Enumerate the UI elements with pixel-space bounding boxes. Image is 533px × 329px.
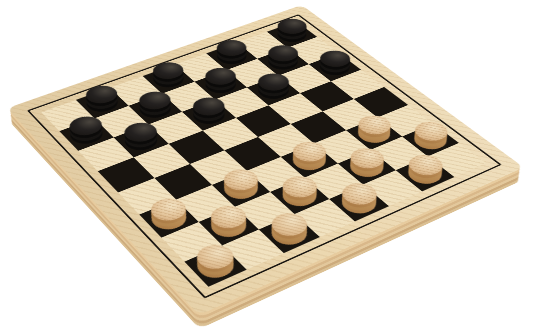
black-checker-piece[interactable]: [262, 50, 303, 72]
wood-checker-piece[interactable]: [205, 210, 253, 241]
black-checker-piece[interactable]: [314, 56, 356, 79]
black-checker-piece[interactable]: [65, 121, 108, 147]
wood-checker-piece[interactable]: [408, 127, 453, 153]
black-checker-piece[interactable]: [252, 79, 294, 103]
black-checker-piece[interactable]: [272, 24, 312, 45]
black-checker-piece[interactable]: [187, 102, 230, 127]
wood-checker-piece[interactable]: [276, 181, 323, 210]
checkers-board: [7, 5, 524, 315]
wood-checker-piece[interactable]: [286, 147, 332, 174]
black-checker-piece[interactable]: [200, 73, 242, 96]
wood-checker-piece[interactable]: [344, 153, 390, 181]
piece-top-face: [336, 179, 384, 208]
black-checker-piece[interactable]: [81, 91, 123, 115]
checkers-board-photo: [0, 0, 533, 329]
black-checker-piece[interactable]: [134, 97, 177, 122]
